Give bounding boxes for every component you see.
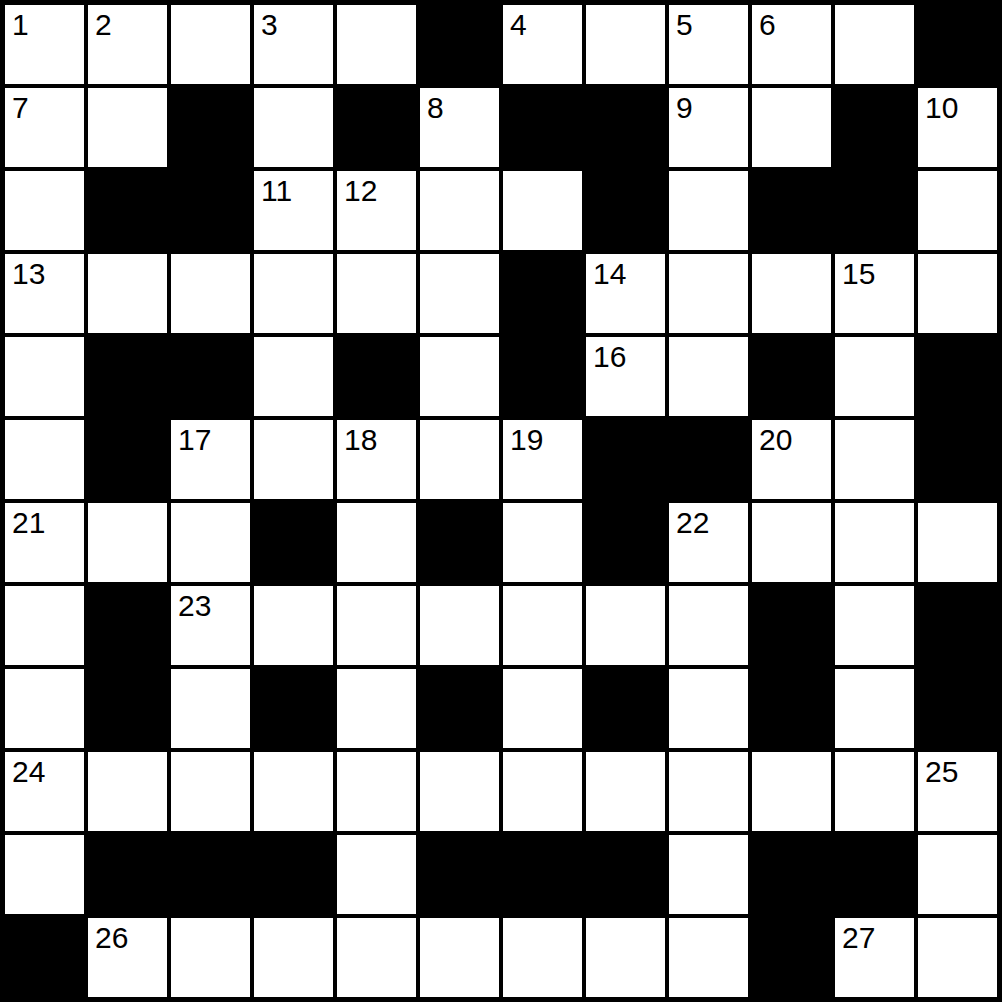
black-cell [88, 586, 167, 665]
crossword-cell[interactable] [669, 752, 748, 831]
crossword-cell[interactable]: 27 [835, 918, 914, 997]
black-cell [503, 88, 582, 167]
black-cell [918, 5, 997, 84]
crossword-cell[interactable] [420, 254, 499, 333]
crossword-cell[interactable] [835, 669, 914, 748]
crossword-cell[interactable] [254, 918, 333, 997]
crossword-cell[interactable] [752, 88, 831, 167]
crossword-cell[interactable]: 14 [586, 254, 665, 333]
crossword-cell[interactable]: 15 [835, 254, 914, 333]
crossword-cell[interactable] [669, 171, 748, 250]
crossword-cell[interactable] [254, 337, 333, 416]
crossword-cell[interactable] [88, 752, 167, 831]
crossword-cell[interactable] [586, 586, 665, 665]
black-cell [254, 503, 333, 582]
black-cell [752, 171, 831, 250]
black-cell [586, 669, 665, 748]
crossword-cell[interactable]: 3 [254, 5, 333, 84]
black-cell [171, 835, 250, 914]
black-cell [337, 337, 416, 416]
clue-number: 18 [344, 422, 377, 458]
crossword-cell[interactable] [337, 918, 416, 997]
crossword-cell[interactable] [586, 752, 665, 831]
crossword-cell[interactable] [835, 5, 914, 84]
black-cell [835, 835, 914, 914]
crossword-cell[interactable] [918, 254, 997, 333]
crossword-cell[interactable]: 18 [337, 420, 416, 499]
crossword-cell[interactable]: 24 [5, 752, 84, 831]
crossword-cell[interactable] [420, 918, 499, 997]
clue-number: 23 [178, 588, 211, 624]
clue-number: 1 [12, 7, 29, 43]
crossword-cell[interactable] [337, 254, 416, 333]
black-cell [420, 503, 499, 582]
crossword-cell[interactable] [5, 586, 84, 665]
black-cell [586, 88, 665, 167]
crossword-cell[interactable] [171, 669, 250, 748]
black-cell [171, 171, 250, 250]
black-cell [752, 337, 831, 416]
crossword-cell[interactable]: 23 [171, 586, 250, 665]
crossword-cell[interactable]: 10 [918, 88, 997, 167]
black-cell [586, 503, 665, 582]
crossword-cell[interactable] [420, 586, 499, 665]
black-cell [254, 835, 333, 914]
clue-number: 15 [842, 256, 875, 292]
clue-number: 24 [12, 754, 45, 790]
black-cell [752, 835, 831, 914]
black-cell [586, 171, 665, 250]
crossword-cell[interactable] [254, 586, 333, 665]
crossword-cell[interactable]: 5 [669, 5, 748, 84]
crossword-cell[interactable] [171, 752, 250, 831]
crossword-cell[interactable] [5, 171, 84, 250]
crossword-cell[interactable]: 11 [254, 171, 333, 250]
crossword-cell[interactable] [669, 586, 748, 665]
crossword-cell[interactable]: 20 [752, 420, 831, 499]
clue-number: 3 [261, 7, 278, 43]
black-cell [5, 918, 84, 997]
crossword-cell[interactable] [835, 420, 914, 499]
black-cell [88, 337, 167, 416]
crossword-cell[interactable] [171, 503, 250, 582]
black-cell [88, 835, 167, 914]
crossword-cell[interactable] [254, 752, 333, 831]
black-cell [752, 586, 831, 665]
crossword-cell[interactable] [669, 669, 748, 748]
black-cell [337, 88, 416, 167]
crossword-cell[interactable] [88, 88, 167, 167]
crossword-cell[interactable] [586, 5, 665, 84]
crossword-cell[interactable]: 12 [337, 171, 416, 250]
crossword-cell[interactable]: 7 [5, 88, 84, 167]
crossword-cell[interactable] [420, 752, 499, 831]
black-cell [254, 669, 333, 748]
crossword-cell[interactable]: 13 [5, 254, 84, 333]
crossword-cell[interactable] [752, 503, 831, 582]
crossword-cell[interactable] [503, 503, 582, 582]
crossword-cell[interactable] [503, 752, 582, 831]
crossword-cell[interactable]: 6 [752, 5, 831, 84]
crossword-cell[interactable] [5, 835, 84, 914]
black-cell [918, 420, 997, 499]
crossword-cell[interactable] [752, 254, 831, 333]
black-cell [918, 337, 997, 416]
clue-number: 10 [925, 90, 958, 126]
black-cell [918, 669, 997, 748]
crossword-cell[interactable]: 2 [88, 5, 167, 84]
clue-number: 8 [427, 90, 444, 126]
crossword-cell[interactable] [835, 752, 914, 831]
clue-number: 5 [676, 7, 693, 43]
crossword-cell[interactable] [171, 918, 250, 997]
clue-number: 9 [676, 90, 693, 126]
crossword-cell[interactable] [918, 503, 997, 582]
crossword-cell[interactable] [669, 918, 748, 997]
crossword-cell[interactable] [669, 254, 748, 333]
crossword-cell[interactable] [835, 503, 914, 582]
black-cell [88, 669, 167, 748]
clue-number: 19 [510, 422, 543, 458]
crossword-cell[interactable]: 9 [669, 88, 748, 167]
crossword-cell[interactable]: 17 [171, 420, 250, 499]
crossword-cell[interactable] [669, 337, 748, 416]
clue-number: 14 [593, 256, 626, 292]
clue-number: 27 [842, 920, 875, 956]
black-cell [420, 5, 499, 84]
black-cell [752, 918, 831, 997]
crossword-cell[interactable] [337, 586, 416, 665]
clue-number: 20 [759, 422, 792, 458]
black-cell [586, 835, 665, 914]
crossword-cell[interactable] [337, 669, 416, 748]
crossword-cell[interactable]: 25 [918, 752, 997, 831]
crossword-cell[interactable]: 1 [5, 5, 84, 84]
black-cell [586, 420, 665, 499]
clue-number: 25 [925, 754, 958, 790]
crossword-cell[interactable] [503, 586, 582, 665]
black-cell [503, 835, 582, 914]
clue-number: 7 [12, 90, 29, 126]
crossword-cell[interactable] [420, 420, 499, 499]
crossword-cell[interactable] [503, 918, 582, 997]
clue-number: 11 [261, 173, 292, 209]
crossword-cell[interactable] [918, 918, 997, 997]
crossword-cell[interactable] [835, 337, 914, 416]
crossword-cell[interactable]: 19 [503, 420, 582, 499]
black-cell [503, 254, 582, 333]
crossword-cell[interactable] [5, 420, 84, 499]
crossword-cell[interactable]: 26 [88, 918, 167, 997]
crossword-cell[interactable] [88, 503, 167, 582]
black-cell [420, 835, 499, 914]
clue-number: 6 [759, 7, 776, 43]
crossword-cell[interactable] [918, 835, 997, 914]
crossword-cell[interactable] [669, 835, 748, 914]
black-cell [88, 420, 167, 499]
black-cell [669, 420, 748, 499]
crossword-cell[interactable] [337, 503, 416, 582]
crossword-cell[interactable] [503, 171, 582, 250]
crossword-cell[interactable]: 21 [5, 503, 84, 582]
clue-number: 21 [12, 505, 45, 541]
crossword-cell[interactable]: 4 [503, 5, 582, 84]
crossword-cell[interactable] [337, 752, 416, 831]
black-cell [752, 669, 831, 748]
black-cell [171, 88, 250, 167]
crossword-cell[interactable] [420, 337, 499, 416]
black-cell [420, 669, 499, 748]
crossword-cell[interactable] [337, 5, 416, 84]
crossword-cell[interactable]: 22 [669, 503, 748, 582]
crossword-cell[interactable] [5, 669, 84, 748]
clue-number: 4 [510, 7, 527, 43]
crossword-cell[interactable] [752, 752, 831, 831]
crossword-cell[interactable]: 16 [586, 337, 665, 416]
crossword-cell[interactable] [254, 420, 333, 499]
crossword-cell[interactable] [171, 5, 250, 84]
clue-number: 17 [178, 422, 211, 458]
crossword-cell[interactable] [254, 88, 333, 167]
clue-number: 12 [344, 173, 377, 209]
crossword-cell[interactable] [586, 918, 665, 997]
crossword-cell[interactable] [420, 171, 499, 250]
clue-number: 22 [676, 505, 709, 541]
crossword-cell[interactable] [835, 586, 914, 665]
black-cell [918, 586, 997, 665]
crossword-cell[interactable] [254, 254, 333, 333]
crossword-grid: 1234567891011121314151617181920212223242… [0, 0, 1002, 1002]
black-cell [88, 171, 167, 250]
crossword-cell[interactable] [171, 254, 250, 333]
black-cell [835, 171, 914, 250]
clue-number: 26 [95, 920, 128, 956]
crossword-cell[interactable] [88, 254, 167, 333]
black-cell [503, 337, 582, 416]
black-cell [835, 88, 914, 167]
crossword-cell[interactable]: 8 [420, 88, 499, 167]
crossword-cell[interactable] [5, 337, 84, 416]
crossword-cell[interactable] [337, 835, 416, 914]
clue-number: 13 [12, 256, 45, 292]
crossword-cell[interactable] [503, 669, 582, 748]
black-cell [171, 337, 250, 416]
crossword-cell[interactable] [918, 171, 997, 250]
clue-number: 16 [593, 339, 626, 375]
clue-number: 2 [95, 7, 112, 43]
